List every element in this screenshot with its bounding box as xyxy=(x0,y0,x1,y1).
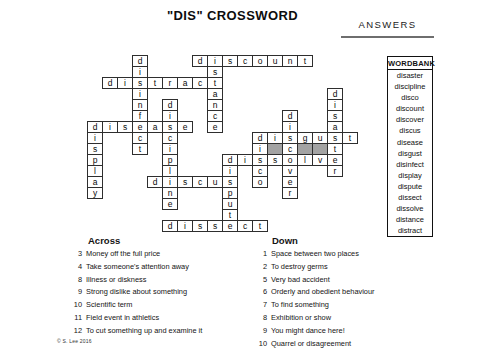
wordbank-word: discount xyxy=(388,103,432,114)
grid-cell: e xyxy=(207,121,223,133)
grid-cell: i xyxy=(237,154,253,166)
clue-text: Scientific term xyxy=(86,299,132,312)
clue-number: 5 xyxy=(240,274,267,287)
grid-cell: t xyxy=(147,77,163,89)
clue-item: 12To cut something up and examine it xyxy=(64,325,254,338)
wordbank-word: disease xyxy=(388,137,432,148)
grid-cell: e xyxy=(222,220,238,232)
grid-cell: c xyxy=(192,77,208,89)
clue-item: 2To destroy germs xyxy=(240,261,400,274)
clue-text: Field event in athletics xyxy=(86,312,159,325)
clue-item: 1Space between two places xyxy=(240,248,400,261)
clue-item: 11Field event in athletics xyxy=(64,312,254,325)
clue-item: 8Illness or diskness xyxy=(64,274,254,287)
clue-number: 10 xyxy=(64,299,82,312)
wordbank-word: disaster xyxy=(388,70,432,81)
grid-cell: t xyxy=(132,143,148,155)
grid-cell: o xyxy=(252,176,268,188)
grid-cell: c xyxy=(237,220,253,232)
clue-number: 1 xyxy=(240,248,267,261)
grid-cell: d xyxy=(102,77,118,89)
wordbank-word: discipline xyxy=(388,81,432,92)
grid-cell: a xyxy=(177,77,193,89)
clue-number: 11 xyxy=(64,312,82,325)
across-header: Across xyxy=(88,235,254,247)
grid-cell: t xyxy=(342,132,358,144)
clue-text: You might dance here! xyxy=(271,325,345,338)
down-clue-list: 1Space between two places2To destroy ger… xyxy=(240,248,400,350)
clue-text: Money off the full price xyxy=(86,248,160,261)
clue-number: 6 xyxy=(240,286,267,299)
clue-item: 9Strong dislike about something xyxy=(64,286,254,299)
grid-cell: d xyxy=(192,55,208,67)
grid-cell: y xyxy=(87,187,103,199)
clue-text: Exhibition or show xyxy=(271,312,331,325)
clue-number: 9 xyxy=(240,325,267,338)
clue-item: 4Take someone's attention away xyxy=(64,261,254,274)
clue-number: 12 xyxy=(64,325,82,338)
grid-cell: d xyxy=(162,220,178,232)
grid-cell: r xyxy=(282,187,298,199)
clue-text: Illness or diskness xyxy=(86,274,146,287)
clue-item: 8Exhibition or show xyxy=(240,312,400,325)
clue-text: To destroy germs xyxy=(271,261,328,274)
copyright-notice: © S. Lee 2016 xyxy=(57,338,92,344)
clue-text: Quarrel or disagreement xyxy=(271,338,351,351)
grid-cell: i xyxy=(102,121,118,133)
crossword-grid: ddiscountisdistractiadndnificdsdiseaseei… xyxy=(57,55,359,233)
grid-cell: s xyxy=(177,176,193,188)
wordbank-word: disco xyxy=(388,92,432,103)
answers-label: ANSWERS xyxy=(341,19,434,38)
wordbank-word: dissect xyxy=(388,192,432,203)
grid-cell: o xyxy=(252,55,268,67)
wordbank-word: disinfect xyxy=(388,159,432,170)
grid-cell: c xyxy=(192,176,208,188)
grid-cell: s xyxy=(222,55,238,67)
across-clues: Across 3Money off the full price4Take so… xyxy=(64,235,254,338)
grid-cell: r xyxy=(162,77,178,89)
clue-number: 2 xyxy=(240,261,267,274)
clue-text: To cut something up and examine it xyxy=(86,325,202,338)
grid-cell: t xyxy=(297,55,313,67)
clue-text: Orderly and obedient behaviour xyxy=(271,286,375,299)
wordbank: WORDBANK disasterdisciplinediscodiscount… xyxy=(387,56,433,237)
wordbank-word: dissolve xyxy=(388,203,432,214)
clue-number: 3 xyxy=(64,248,82,261)
page-title: "DIS" CROSSWORD xyxy=(100,8,365,23)
clue-item: 6Orderly and obedient behaviour xyxy=(240,286,400,299)
clue-number: 4 xyxy=(64,261,82,274)
down-header: Down xyxy=(272,235,400,247)
across-clue-list: 3Money off the full price4Take someone's… xyxy=(64,248,254,338)
grid-cell: s xyxy=(192,220,208,232)
grid-cell: i xyxy=(117,77,133,89)
grid-cell: s xyxy=(267,154,283,166)
grid-cell: l xyxy=(297,154,313,166)
down-clues: Down 1Space between two places2To destro… xyxy=(240,235,400,350)
grid-cell: a xyxy=(147,121,163,133)
clue-item: 3Money off the full price xyxy=(64,248,254,261)
clue-text: Strong dislike about something xyxy=(86,286,187,299)
grid-cell: v xyxy=(312,154,328,166)
clue-text: To find something xyxy=(271,299,329,312)
clue-item: 10Quarrel or disagreement xyxy=(240,338,400,351)
clue-number: 7 xyxy=(240,299,267,312)
grid-cell: u xyxy=(207,176,223,188)
wordbank-word: display xyxy=(388,170,432,181)
wordbank-word: discover xyxy=(388,114,432,125)
wordbank-word: distance xyxy=(388,214,432,225)
grid-cell: e xyxy=(162,198,178,210)
clue-number: 10 xyxy=(240,338,267,351)
grid-cell: s xyxy=(207,220,223,232)
grid-cell: r xyxy=(327,165,343,177)
clue-number: 8 xyxy=(240,312,267,325)
wordbank-word: discus xyxy=(388,125,432,136)
wordbank-title: WORDBANK xyxy=(388,57,432,70)
wordbank-list: disasterdisciplinediscodiscountdiscoverd… xyxy=(388,70,432,236)
clue-item: 7To find something xyxy=(240,299,400,312)
grid-cell: e xyxy=(177,121,193,133)
wordbank-word: disgust xyxy=(388,148,432,159)
grid-cell: t xyxy=(252,220,268,232)
grid-cell: s xyxy=(117,121,133,133)
clue-item: 5Very bad accident xyxy=(240,274,400,287)
grid-cell: d xyxy=(147,176,163,188)
clue-number: 9 xyxy=(64,286,82,299)
clue-item: 9You might dance here! xyxy=(240,325,400,338)
grid-cell: n xyxy=(282,55,298,67)
grid-cell: c xyxy=(237,55,253,67)
crossword-worksheet: "DIS" CROSSWORD ANSWERS ddiscountisdistr… xyxy=(0,0,500,354)
grid-cell: u xyxy=(267,55,283,67)
clue-text: Take someone's attention away xyxy=(86,261,189,274)
clue-text: Space between two places xyxy=(271,248,359,261)
clue-number: 8 xyxy=(64,274,82,287)
clue-item: 10Scientific term xyxy=(64,299,254,312)
wordbank-word: dispute xyxy=(388,181,432,192)
grid-cell: i xyxy=(177,220,193,232)
clue-text: Very bad accident xyxy=(271,274,330,287)
